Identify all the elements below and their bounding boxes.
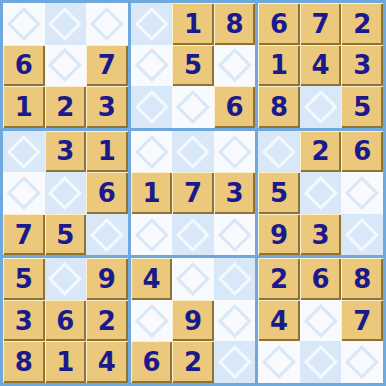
diamond-icon	[345, 345, 378, 378]
cell-r1c5: 1	[172, 3, 214, 45]
diamond-icon	[7, 176, 40, 209]
cell-r6c8: 3	[300, 214, 342, 256]
given-digit: 5	[184, 52, 202, 78]
given-digit: 7	[98, 52, 116, 78]
cell-r3c6: 6	[214, 86, 256, 128]
cell-r4c2: 3	[45, 131, 87, 173]
cell-r5c3: 6	[86, 172, 128, 214]
given-digit: 7	[15, 222, 33, 248]
cell-r8c9: 7	[341, 300, 383, 342]
given-digit: 5	[56, 222, 74, 248]
diamond-icon	[135, 304, 168, 337]
given-digit: 3	[15, 308, 33, 334]
given-digit: 1	[184, 11, 202, 37]
diamond-icon	[135, 7, 168, 40]
given-digit: 7	[353, 308, 371, 334]
given-digit: 4	[270, 308, 288, 334]
cell-r1c7: 6	[258, 3, 300, 45]
cell-r8c5: 9	[172, 300, 214, 342]
cell-r7c8: 6	[300, 258, 342, 300]
given-digit: 5	[353, 94, 371, 120]
given-digit: 2	[312, 138, 330, 164]
given-digit: 8	[226, 11, 244, 37]
given-digit: 3	[56, 138, 74, 164]
diamond-icon	[345, 218, 378, 251]
given-digit: 9	[270, 222, 288, 248]
diamond-icon	[49, 176, 82, 209]
sudoku-box-2-3: 26593	[258, 131, 383, 256]
cell-r1c9: 2	[341, 3, 383, 45]
diamond-icon	[176, 90, 209, 123]
sudoku-board: 6712318566721438531675173265935936281449…	[0, 0, 386, 386]
cell-r6c2: 5	[45, 214, 87, 256]
given-digit: 9	[184, 308, 202, 334]
cell-r6c5[interactable]	[172, 214, 214, 256]
cell-r1c3[interactable]	[86, 3, 128, 45]
given-digit: 6	[98, 180, 116, 206]
diamond-icon	[90, 7, 123, 40]
sudoku-box-1-3: 67214385	[258, 3, 383, 128]
cell-r2c2[interactable]	[45, 45, 87, 87]
diamond-icon	[49, 262, 82, 295]
cell-r7c5[interactable]	[172, 258, 214, 300]
diamond-icon	[218, 49, 251, 82]
given-digit: 3	[312, 222, 330, 248]
diamond-icon	[345, 176, 378, 209]
cell-r5c8[interactable]	[300, 172, 342, 214]
given-digit: 2	[353, 11, 371, 37]
given-digit: 9	[98, 266, 116, 292]
cell-r5c2[interactable]	[45, 172, 87, 214]
cell-r9c1: 8	[3, 341, 45, 383]
cell-r7c2[interactable]	[45, 258, 87, 300]
cell-r7c1: 5	[3, 258, 45, 300]
cell-r8c1: 3	[3, 300, 45, 342]
diamond-icon	[262, 135, 295, 168]
given-digit: 8	[353, 266, 371, 292]
given-digit: 1	[56, 349, 74, 375]
sudoku-box-1-2: 1856	[131, 3, 256, 128]
given-digit: 1	[142, 180, 160, 206]
given-digit: 3	[98, 94, 116, 120]
cell-r8c2: 6	[45, 300, 87, 342]
given-digit: 6	[56, 308, 74, 334]
given-digit: 6	[226, 94, 244, 120]
given-digit: 1	[15, 94, 33, 120]
cell-r8c4[interactable]	[131, 300, 173, 342]
cell-r2c6[interactable]	[214, 45, 256, 87]
given-digit: 4	[312, 52, 330, 78]
given-digit: 1	[98, 138, 116, 164]
cell-r6c7: 9	[258, 214, 300, 256]
given-digit: 8	[270, 94, 288, 120]
diamond-icon	[218, 135, 251, 168]
diamond-icon	[49, 49, 82, 82]
given-digit: 2	[56, 94, 74, 120]
given-digit: 4	[142, 266, 160, 292]
cell-r6c9[interactable]	[341, 214, 383, 256]
diamond-icon	[304, 90, 337, 123]
cell-r8c8[interactable]	[300, 300, 342, 342]
cell-r5c9[interactable]	[341, 172, 383, 214]
cell-r6c1: 7	[3, 214, 45, 256]
given-digit: 6	[270, 11, 288, 37]
given-digit: 6	[142, 349, 160, 375]
cell-r9c5: 2	[172, 341, 214, 383]
diamond-icon	[7, 7, 40, 40]
cell-r3c8[interactable]	[300, 86, 342, 128]
diamond-icon	[304, 345, 337, 378]
diamond-icon	[304, 176, 337, 209]
cell-r9c8[interactable]	[300, 341, 342, 383]
diamond-icon	[304, 304, 337, 337]
cell-r7c4: 4	[131, 258, 173, 300]
diamond-icon	[218, 262, 251, 295]
cell-r3c5[interactable]	[172, 86, 214, 128]
cell-r5c1[interactable]	[3, 172, 45, 214]
cell-r2c4[interactable]	[131, 45, 173, 87]
given-digit: 2	[270, 266, 288, 292]
diamond-icon	[218, 218, 251, 251]
cell-r4c8: 2	[300, 131, 342, 173]
cell-r3c3: 3	[86, 86, 128, 128]
given-digit: 7	[312, 11, 330, 37]
cell-r5c6: 3	[214, 172, 256, 214]
cell-r8c3: 2	[86, 300, 128, 342]
cell-r8c7: 4	[258, 300, 300, 342]
diamond-icon	[218, 304, 251, 337]
given-digit: 5	[15, 266, 33, 292]
diamond-icon	[90, 218, 123, 251]
sudoku-box-1-1: 67123	[3, 3, 128, 128]
cell-r4c6[interactable]	[214, 131, 256, 173]
given-digit: 5	[270, 180, 288, 206]
cell-r1c8: 7	[300, 3, 342, 45]
cell-r4c7[interactable]	[258, 131, 300, 173]
cell-r7c6[interactable]	[214, 258, 256, 300]
cell-r7c3: 9	[86, 258, 128, 300]
cell-r1c1[interactable]	[3, 3, 45, 45]
cell-r5c4: 1	[131, 172, 173, 214]
cell-r2c9: 3	[341, 45, 383, 87]
given-digit: 6	[353, 138, 371, 164]
given-digit: 8	[15, 349, 33, 375]
cell-r9c3: 4	[86, 341, 128, 383]
diamond-icon	[135, 218, 168, 251]
given-digit: 7	[184, 180, 202, 206]
diamond-icon	[176, 135, 209, 168]
cell-r9c6[interactable]	[214, 341, 256, 383]
cell-r7c7: 2	[258, 258, 300, 300]
diamond-icon	[135, 90, 168, 123]
cell-r1c6: 8	[214, 3, 256, 45]
cell-r1c2[interactable]	[45, 3, 87, 45]
cell-r2c7: 1	[258, 45, 300, 87]
given-digit: 1	[270, 52, 288, 78]
diamond-icon	[176, 262, 209, 295]
diamond-icon	[49, 7, 82, 40]
diamond-icon	[135, 49, 168, 82]
diamond-icon	[135, 135, 168, 168]
cell-r2c1: 6	[3, 45, 45, 87]
cell-r4c4[interactable]	[131, 131, 173, 173]
sudoku-box-3-2: 4962	[131, 258, 256, 383]
cell-r4c1[interactable]	[3, 131, 45, 173]
cell-r6c6[interactable]	[214, 214, 256, 256]
sudoku-box-2-1: 31675	[3, 131, 128, 256]
cell-r3c9: 5	[341, 86, 383, 128]
sudoku-box-2-2: 173	[131, 131, 256, 256]
cell-r6c4[interactable]	[131, 214, 173, 256]
cell-r4c3: 1	[86, 131, 128, 173]
cell-r3c1: 1	[3, 86, 45, 128]
cell-r2c3: 7	[86, 45, 128, 87]
cell-r9c4: 6	[131, 341, 173, 383]
cell-r4c5[interactable]	[172, 131, 214, 173]
cell-r2c5: 5	[172, 45, 214, 87]
cell-r7c9: 8	[341, 258, 383, 300]
cell-r5c5: 7	[172, 172, 214, 214]
diamond-icon	[262, 345, 295, 378]
sudoku-box-3-3: 26847	[258, 258, 383, 383]
cell-r1c4[interactable]	[131, 3, 173, 45]
cell-r8c6[interactable]	[214, 300, 256, 342]
given-digit: 3	[353, 52, 371, 78]
given-digit: 4	[98, 349, 116, 375]
diamond-icon	[176, 218, 209, 251]
given-digit: 2	[98, 308, 116, 334]
given-digit: 3	[226, 180, 244, 206]
cell-r9c7[interactable]	[258, 341, 300, 383]
given-digit: 6	[312, 266, 330, 292]
cell-r9c2: 1	[45, 341, 87, 383]
cell-r3c7: 8	[258, 86, 300, 128]
given-digit: 2	[184, 349, 202, 375]
cell-r2c8: 4	[300, 45, 342, 87]
diamond-icon	[218, 345, 251, 378]
cell-r3c4[interactable]	[131, 86, 173, 128]
given-digit: 6	[15, 52, 33, 78]
cell-r9c9[interactable]	[341, 341, 383, 383]
cell-r3c2: 2	[45, 86, 87, 128]
cell-r6c3[interactable]	[86, 214, 128, 256]
sudoku-box-3-1: 59362814	[3, 258, 128, 383]
diamond-icon	[7, 135, 40, 168]
cell-r5c7: 5	[258, 172, 300, 214]
cell-r4c9: 6	[341, 131, 383, 173]
